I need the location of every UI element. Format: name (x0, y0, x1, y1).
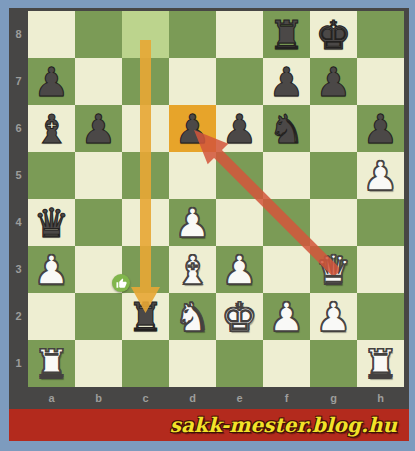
square-g4[interactable] (310, 199, 357, 246)
square-g2[interactable]: ♟ (310, 293, 357, 340)
piece-white-king[interactable]: ♚ (216, 293, 263, 340)
file-label-b: b (75, 387, 122, 409)
file-labels: abcdefgh (28, 387, 404, 409)
square-d2[interactable]: ♞ (169, 293, 216, 340)
file-label-h: h (357, 387, 404, 409)
square-c4[interactable] (122, 199, 169, 246)
file-label-g: g (310, 387, 357, 409)
square-a5[interactable] (28, 152, 75, 199)
watermark-text: sakk-mester.blog.hu (170, 409, 409, 441)
square-g6[interactable] (310, 105, 357, 152)
rank-labels: 87654321 (9, 11, 28, 387)
square-h8[interactable] (357, 11, 404, 58)
piece-white-queen[interactable]: ♛ (310, 246, 357, 293)
piece-black-knight[interactable]: ♞ (263, 105, 310, 152)
square-e2[interactable]: ♚ (216, 293, 263, 340)
thumbs-up-icon (116, 278, 127, 289)
piece-white-pawn[interactable]: ♟ (216, 246, 263, 293)
square-c6[interactable] (122, 105, 169, 152)
file-label-c: c (122, 387, 169, 409)
square-a1[interactable]: ♜ (28, 340, 75, 387)
piece-black-pawn[interactable]: ♟ (263, 58, 310, 105)
square-g8[interactable]: ♚ (310, 11, 357, 58)
chess-app: 87654321 ♜♚♟♟♟♝♟♟♟♞♟♟♛♟♟♝♟♛♜♞♚♟♟♜♜ abcde… (0, 0, 415, 451)
rank-label-3: 3 (9, 246, 28, 293)
square-e4[interactable] (216, 199, 263, 246)
piece-black-pawn[interactable]: ♟ (216, 105, 263, 152)
square-a6[interactable]: ♝ (28, 105, 75, 152)
square-a7[interactable]: ♟ (28, 58, 75, 105)
piece-white-pawn[interactable]: ♟ (310, 293, 357, 340)
square-b6[interactable]: ♟ (75, 105, 122, 152)
square-a8[interactable] (28, 11, 75, 58)
file-label-f: f (263, 387, 310, 409)
square-c7[interactable] (122, 58, 169, 105)
piece-white-rook[interactable]: ♜ (357, 340, 404, 387)
rank-label-5: 5 (9, 152, 28, 199)
piece-white-pawn[interactable]: ♟ (28, 246, 75, 293)
square-b5[interactable] (75, 152, 122, 199)
square-d4[interactable]: ♟ (169, 199, 216, 246)
square-h6[interactable]: ♟ (357, 105, 404, 152)
square-d3[interactable]: ♝ (169, 246, 216, 293)
square-g1[interactable] (310, 340, 357, 387)
square-c2[interactable]: ♜ (122, 293, 169, 340)
square-d5[interactable] (169, 152, 216, 199)
square-g3[interactable]: ♛ (310, 246, 357, 293)
square-e6[interactable]: ♟ (216, 105, 263, 152)
file-label-d: d (169, 387, 216, 409)
rank-label-8: 8 (9, 11, 28, 58)
file-label-e: e (216, 387, 263, 409)
square-b7[interactable] (75, 58, 122, 105)
piece-white-pawn[interactable]: ♟ (169, 199, 216, 246)
square-d1[interactable] (169, 340, 216, 387)
good-move-badge (112, 274, 130, 292)
piece-white-bishop[interactable]: ♝ (169, 246, 216, 293)
rank-label-7: 7 (9, 58, 28, 105)
square-d6[interactable]: ♟ (169, 105, 216, 152)
piece-black-pawn[interactable]: ♟ (28, 58, 75, 105)
piece-black-pawn[interactable]: ♟ (357, 105, 404, 152)
file-label-a: a (28, 387, 75, 409)
square-h1[interactable]: ♜ (357, 340, 404, 387)
square-c1[interactable] (122, 340, 169, 387)
rank-label-1: 1 (9, 340, 28, 387)
square-g7[interactable]: ♟ (310, 58, 357, 105)
piece-black-pawn[interactable]: ♟ (75, 105, 122, 152)
watermark-banner: sakk-mester.blog.hu (9, 409, 409, 441)
piece-white-knight[interactable]: ♞ (169, 293, 216, 340)
rank-label-6: 6 (9, 105, 28, 152)
square-a4[interactable]: ♛ (28, 199, 75, 246)
square-h7[interactable] (357, 58, 404, 105)
square-b1[interactable] (75, 340, 122, 387)
piece-black-rook[interactable]: ♜ (263, 11, 310, 58)
square-b4[interactable] (75, 199, 122, 246)
square-h3[interactable] (357, 246, 404, 293)
board-frame: 87654321 ♜♚♟♟♟♝♟♟♟♞♟♟♛♟♟♝♟♛♜♞♚♟♟♜♜ abcde… (9, 8, 409, 409)
square-f7[interactable]: ♟ (263, 58, 310, 105)
square-e7[interactable] (216, 58, 263, 105)
square-h5[interactable]: ♟ (357, 152, 404, 199)
square-f4[interactable] (263, 199, 310, 246)
square-f3[interactable] (263, 246, 310, 293)
rank-label-4: 4 (9, 199, 28, 246)
piece-black-pawn[interactable]: ♟ (310, 58, 357, 105)
piece-black-bishop[interactable]: ♝ (28, 105, 75, 152)
square-f8[interactable]: ♜ (263, 11, 310, 58)
piece-white-pawn[interactable]: ♟ (357, 152, 404, 199)
square-e5[interactable] (216, 152, 263, 199)
chess-board[interactable]: ♜♚♟♟♟♝♟♟♟♞♟♟♛♟♟♝♟♛♜♞♚♟♟♜♜ (28, 11, 404, 387)
piece-black-pawn[interactable]: ♟ (169, 105, 216, 152)
square-b8[interactable] (75, 11, 122, 58)
piece-white-rook[interactable]: ♜ (28, 340, 75, 387)
square-f5[interactable] (263, 152, 310, 199)
square-b2[interactable] (75, 293, 122, 340)
square-e1[interactable] (216, 340, 263, 387)
square-c8[interactable] (122, 11, 169, 58)
square-f2[interactable]: ♟ (263, 293, 310, 340)
square-h4[interactable] (357, 199, 404, 246)
square-g5[interactable] (310, 152, 357, 199)
square-d7[interactable] (169, 58, 216, 105)
square-e3[interactable]: ♟ (216, 246, 263, 293)
square-h2[interactable] (357, 293, 404, 340)
square-c5[interactable] (122, 152, 169, 199)
square-f6[interactable]: ♞ (263, 105, 310, 152)
rank-label-2: 2 (9, 293, 28, 340)
piece-black-queen[interactable]: ♛ (28, 199, 75, 246)
square-a3[interactable]: ♟ (28, 246, 75, 293)
square-f1[interactable] (263, 340, 310, 387)
square-e8[interactable] (216, 11, 263, 58)
square-d8[interactable] (169, 11, 216, 58)
piece-white-pawn[interactable]: ♟ (263, 293, 310, 340)
square-a2[interactable] (28, 293, 75, 340)
piece-black-king[interactable]: ♚ (310, 11, 357, 58)
piece-black-rook[interactable]: ♜ (122, 293, 169, 340)
